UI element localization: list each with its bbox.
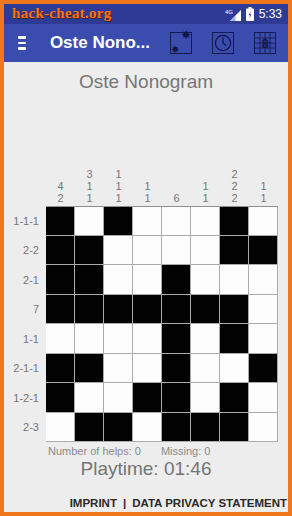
helps-counter: Number of helps: 0 bbox=[48, 445, 141, 457]
cell-r1c5[interactable] bbox=[162, 206, 191, 236]
grid-8-icon[interactable]: 8 bbox=[254, 32, 276, 54]
cell-r3c7[interactable] bbox=[220, 265, 249, 295]
cell-r7c5[interactable] bbox=[162, 383, 191, 413]
cell-r2c5[interactable] bbox=[162, 236, 191, 266]
board-row-8: 2-3 bbox=[4, 413, 278, 443]
app-window: hack-cheat.org 4G 5:33 Oste Nono... ✸ ✸ bbox=[0, 0, 292, 516]
board-row-7: 1-2-1 bbox=[4, 383, 278, 413]
new-puzzle-stars-icon[interactable]: ✸ ✸ bbox=[170, 32, 192, 54]
cell-r3c6[interactable] bbox=[191, 265, 220, 295]
cell-r3c8[interactable] bbox=[249, 265, 278, 295]
app-bar-title: Oste Nono... bbox=[50, 33, 150, 53]
imprint-link[interactable]: IMPRINT bbox=[70, 497, 117, 509]
row-clue-4: 7 bbox=[4, 295, 46, 325]
cell-r5c3[interactable] bbox=[104, 324, 133, 354]
cell-r6c6[interactable] bbox=[191, 354, 220, 384]
cell-r2c7[interactable] bbox=[220, 236, 249, 266]
cell-r3c5[interactable] bbox=[162, 265, 191, 295]
cell-r5c7[interactable] bbox=[220, 324, 249, 354]
col-clue-5: 6 bbox=[162, 168, 191, 206]
cell-r8c2[interactable] bbox=[75, 413, 104, 443]
battery-charging-icon bbox=[246, 7, 254, 21]
clock-icon[interactable] bbox=[212, 32, 234, 54]
cell-r6c2[interactable] bbox=[75, 354, 104, 384]
cell-r4c6[interactable] bbox=[191, 295, 220, 325]
svg-text:4G: 4G bbox=[225, 8, 233, 14]
cell-r1c1[interactable] bbox=[46, 206, 75, 236]
cell-r4c1[interactable] bbox=[46, 295, 75, 325]
cell-r6c1[interactable] bbox=[46, 354, 75, 384]
cell-r6c7[interactable] bbox=[220, 354, 249, 384]
cell-r2c6[interactable] bbox=[191, 236, 220, 266]
cell-r2c2[interactable] bbox=[75, 236, 104, 266]
cell-r7c1[interactable] bbox=[46, 383, 75, 413]
cell-r6c8[interactable] bbox=[249, 354, 278, 384]
cell-r5c2[interactable] bbox=[75, 324, 104, 354]
cell-r8c1[interactable] bbox=[46, 413, 75, 443]
row-clue-5: 1-1 bbox=[4, 324, 46, 354]
cell-r6c3[interactable] bbox=[104, 354, 133, 384]
cell-r2c3[interactable] bbox=[104, 236, 133, 266]
cell-r7c3[interactable] bbox=[104, 383, 133, 413]
cell-r6c4[interactable] bbox=[133, 354, 162, 384]
cell-r7c6[interactable] bbox=[191, 383, 220, 413]
cell-r8c7[interactable] bbox=[220, 413, 249, 443]
footer-links: IMPRINT | DATA PRIVACY STATEMENT bbox=[70, 497, 287, 509]
cell-r4c5[interactable] bbox=[162, 295, 191, 325]
status-bar: hack-cheat.org 4G 5:33 bbox=[4, 4, 288, 24]
row-clue-6: 2-1-1 bbox=[4, 354, 46, 384]
nonogram-board: 42311111 11 6 11222 11 1-1-12-22-171-12-… bbox=[4, 168, 278, 442]
cell-r1c6[interactable] bbox=[191, 206, 220, 236]
menu-icon[interactable] bbox=[18, 36, 26, 50]
cell-r5c6[interactable] bbox=[191, 324, 220, 354]
missing-counter: Missing: 0 bbox=[161, 445, 211, 457]
cell-r2c4[interactable] bbox=[133, 236, 162, 266]
cell-r1c4[interactable] bbox=[133, 206, 162, 236]
board-row-4: 7 bbox=[4, 295, 278, 325]
cell-r1c2[interactable] bbox=[75, 206, 104, 236]
cell-r5c5[interactable] bbox=[162, 324, 191, 354]
cell-r4c7[interactable] bbox=[220, 295, 249, 325]
clock-time: 5:33 bbox=[259, 7, 282, 21]
cell-r6c5[interactable] bbox=[162, 354, 191, 384]
signal-4g-icon: 4G bbox=[225, 8, 241, 21]
row-clue-1: 1-1-1 bbox=[4, 206, 46, 236]
page-title: Oste Nonogram bbox=[4, 71, 288, 93]
row-clue-8: 2-3 bbox=[4, 413, 46, 443]
cell-r4c3[interactable] bbox=[104, 295, 133, 325]
col-clue-3: 111 bbox=[104, 168, 133, 206]
row-clue-3: 2-1 bbox=[4, 265, 46, 295]
col-clue-7: 222 bbox=[220, 168, 249, 206]
cell-r3c2[interactable] bbox=[75, 265, 104, 295]
cell-r2c1[interactable] bbox=[46, 236, 75, 266]
cell-r2c8[interactable] bbox=[249, 236, 278, 266]
col-clue-2: 311 bbox=[75, 168, 104, 206]
board-row-6: 2-1-1 bbox=[4, 354, 278, 384]
cell-r7c8[interactable] bbox=[249, 383, 278, 413]
cell-r5c8[interactable] bbox=[249, 324, 278, 354]
cell-r8c3[interactable] bbox=[104, 413, 133, 443]
col-clue-8: 11 bbox=[249, 168, 278, 206]
column-clues: 42311111 11 6 11222 11 bbox=[4, 168, 278, 206]
cell-r1c8[interactable] bbox=[249, 206, 278, 236]
row-clue-7: 1-2-1 bbox=[4, 383, 46, 413]
cell-r8c6[interactable] bbox=[191, 413, 220, 443]
cell-r4c4[interactable] bbox=[133, 295, 162, 325]
watermark-text: hack-cheat.org bbox=[12, 5, 112, 22]
cell-r5c1[interactable] bbox=[46, 324, 75, 354]
col-clue-4: 11 bbox=[133, 168, 162, 206]
grid-icon-digit: 8 bbox=[261, 36, 268, 51]
stats-line: Number of helps: 0 Missing: 0 bbox=[48, 445, 210, 457]
footer-separator: | bbox=[123, 497, 126, 509]
board-row-5: 1-1 bbox=[4, 324, 278, 354]
cell-r8c5[interactable] bbox=[162, 413, 191, 443]
board-row-1: 1-1-1 bbox=[4, 206, 278, 236]
col-clue-6: 11 bbox=[191, 168, 220, 206]
cell-r1c3[interactable] bbox=[104, 206, 133, 236]
privacy-link[interactable]: DATA PRIVACY STATEMENT bbox=[132, 497, 287, 509]
cell-r7c4[interactable] bbox=[133, 383, 162, 413]
cell-r4c8[interactable] bbox=[249, 295, 278, 325]
cell-r5c4[interactable] bbox=[133, 324, 162, 354]
cell-r7c7[interactable] bbox=[220, 383, 249, 413]
cell-r8c4[interactable] bbox=[133, 413, 162, 443]
cell-r4c2[interactable] bbox=[75, 295, 104, 325]
board-row-2: 2-2 bbox=[4, 236, 278, 266]
board-row-3: 2-1 bbox=[4, 265, 278, 295]
main-content: Oste Nonogram 42311111 11 6 11222 11 1-1… bbox=[4, 62, 288, 512]
app-bar: Oste Nono... ✸ ✸ 8 bbox=[4, 24, 288, 62]
cell-r3c1[interactable] bbox=[46, 265, 75, 295]
cell-r8c8[interactable] bbox=[249, 413, 278, 443]
cell-r3c3[interactable] bbox=[104, 265, 133, 295]
cell-r3c4[interactable] bbox=[133, 265, 162, 295]
cell-r7c2[interactable] bbox=[75, 383, 104, 413]
cell-r1c7[interactable] bbox=[220, 206, 249, 236]
playtime-display: Playtime: 01:46 bbox=[4, 458, 288, 480]
board-corner bbox=[4, 168, 46, 206]
row-clue-2: 2-2 bbox=[4, 236, 46, 266]
col-clue-1: 42 bbox=[46, 168, 75, 206]
